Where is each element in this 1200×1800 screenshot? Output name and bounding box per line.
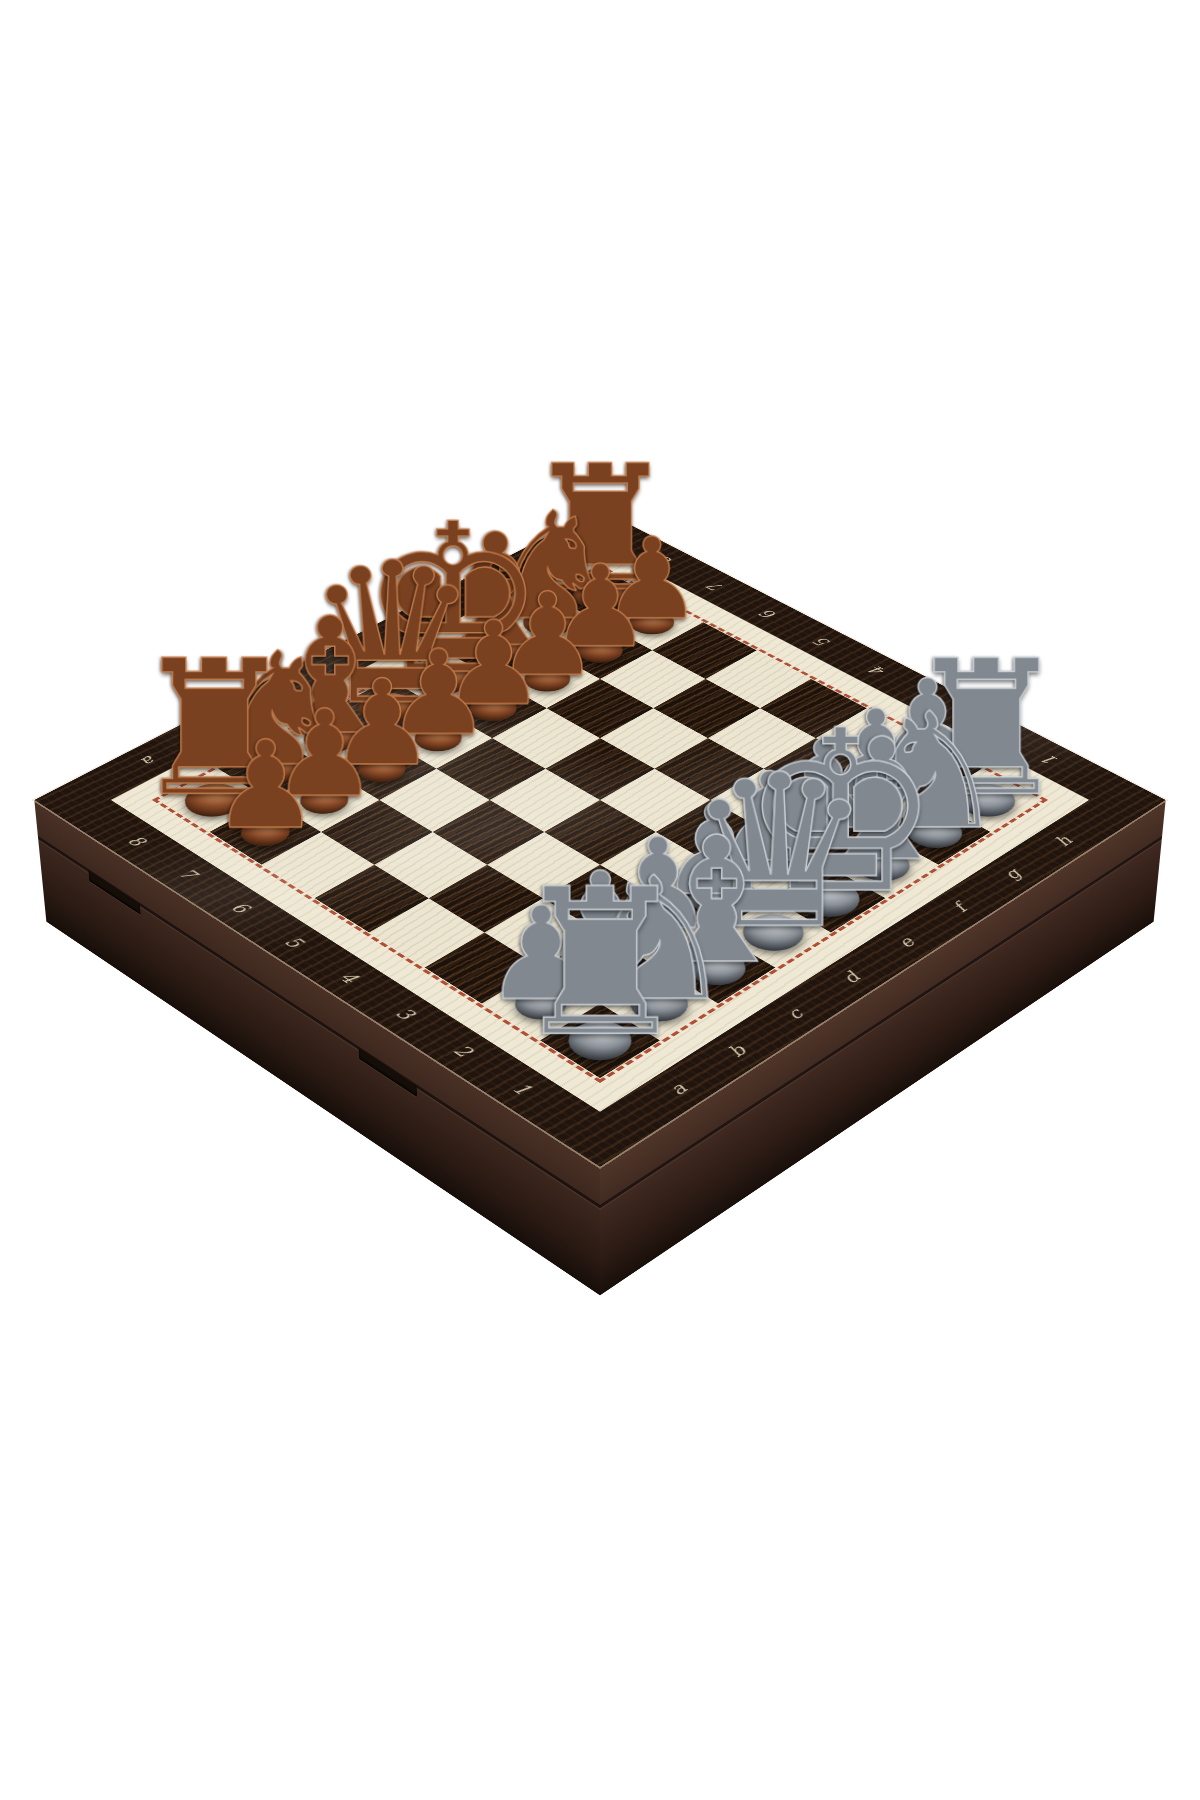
hinge-icon bbox=[359, 1048, 417, 1097]
hinge-icon bbox=[88, 870, 140, 914]
perspective-scene: 8877665544332211hhggffeeddccbbaa ♜♞♝♛♚♝♞… bbox=[0, 0, 1200, 1800]
product-photo: 8877665544332211hhggffeeddccbbaa ♜♞♝♛♚♝♞… bbox=[0, 0, 1200, 1800]
rook-glyph: ♜ bbox=[508, 863, 693, 1065]
pawn-glyph: ♟ bbox=[179, 725, 351, 846]
chess-board-top: 8877665544332211hhggffeeddccbbaa ♜♞♝♛♚♝♞… bbox=[34, 509, 1165, 1167]
piece-white-rook-a1: ♜ bbox=[508, 863, 693, 1065]
piece-black-pawn-a7: ♟ bbox=[179, 725, 351, 846]
